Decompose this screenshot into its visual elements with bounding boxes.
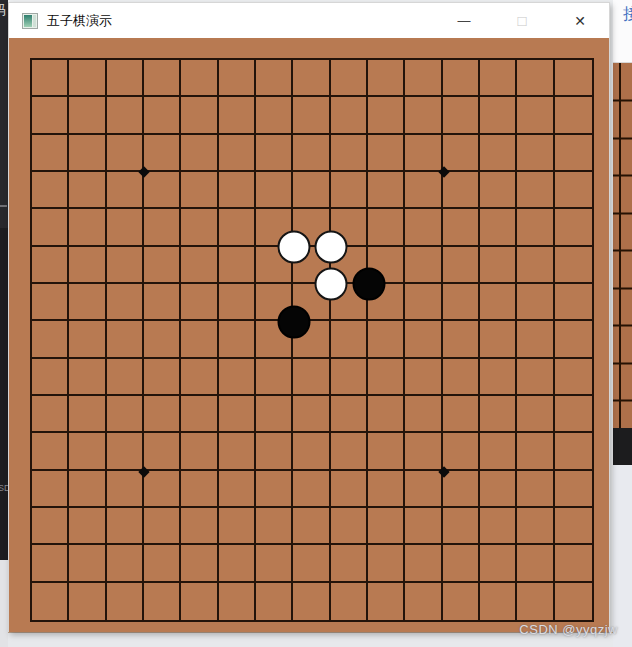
board-cell[interactable] bbox=[331, 60, 368, 97]
board-cell[interactable] bbox=[144, 60, 181, 97]
board-cell[interactable] bbox=[144, 97, 181, 134]
board-cell[interactable] bbox=[32, 433, 69, 470]
board-cell[interactable] bbox=[331, 135, 368, 172]
board-cell[interactable] bbox=[293, 471, 330, 508]
board-cell[interactable] bbox=[480, 60, 517, 97]
board-cell[interactable] bbox=[144, 545, 181, 582]
board-cell[interactable] bbox=[480, 321, 517, 358]
board-cell[interactable] bbox=[181, 396, 218, 433]
left-strip-clipped-text: 码 bbox=[0, 1, 6, 19]
board-cell[interactable] bbox=[293, 433, 330, 470]
board-cell[interactable] bbox=[517, 172, 554, 209]
board-cell[interactable] bbox=[69, 135, 106, 172]
board-cell[interactable] bbox=[32, 321, 69, 358]
board-cell[interactable] bbox=[69, 508, 106, 545]
board-cell[interactable] bbox=[368, 396, 405, 433]
board-cell[interactable] bbox=[144, 284, 181, 321]
left-strip-top-segment bbox=[0, 0, 8, 228]
board-cell[interactable] bbox=[480, 545, 517, 582]
board-cell[interactable] bbox=[443, 321, 480, 358]
board-cell[interactable] bbox=[32, 545, 69, 582]
board-cell[interactable] bbox=[293, 583, 330, 620]
board-cell[interactable] bbox=[405, 396, 442, 433]
board-cell[interactable] bbox=[517, 545, 554, 582]
board-cell[interactable] bbox=[443, 135, 480, 172]
board-cell[interactable] bbox=[32, 471, 69, 508]
board-cell[interactable] bbox=[517, 135, 554, 172]
board-cell[interactable] bbox=[368, 209, 405, 246]
board-cell[interactable] bbox=[368, 433, 405, 470]
background-window-right[interactable]: 接 bbox=[613, 0, 632, 647]
board-cell[interactable] bbox=[107, 247, 144, 284]
board-cell[interactable] bbox=[331, 321, 368, 358]
board-cell[interactable] bbox=[331, 508, 368, 545]
board-grid bbox=[30, 58, 594, 622]
board-cell[interactable] bbox=[32, 247, 69, 284]
board-cell[interactable] bbox=[181, 284, 218, 321]
board-cell[interactable] bbox=[480, 135, 517, 172]
board-cell[interactable] bbox=[331, 247, 368, 284]
background-board-sliver bbox=[613, 63, 632, 428]
board-cell[interactable] bbox=[405, 284, 442, 321]
board-cell[interactable] bbox=[256, 359, 293, 396]
board-cell[interactable] bbox=[331, 545, 368, 582]
board-cell[interactable] bbox=[107, 545, 144, 582]
board-cell[interactable] bbox=[69, 172, 106, 209]
board-cell[interactable] bbox=[32, 396, 69, 433]
board-cell[interactable] bbox=[256, 209, 293, 246]
board-cell[interactable] bbox=[293, 545, 330, 582]
board-cell[interactable] bbox=[219, 583, 256, 620]
board-cell[interactable] bbox=[32, 284, 69, 321]
board-cell[interactable] bbox=[405, 172, 442, 209]
board-cell[interactable] bbox=[181, 247, 218, 284]
board-cell[interactable] bbox=[219, 471, 256, 508]
board-cell[interactable] bbox=[517, 284, 554, 321]
board-cell[interactable] bbox=[368, 471, 405, 508]
board-cell[interactable] bbox=[443, 209, 480, 246]
board-cell[interactable] bbox=[144, 471, 181, 508]
board-cell[interactable] bbox=[555, 433, 592, 470]
board-cell[interactable] bbox=[555, 135, 592, 172]
left-strip-mid-segment bbox=[0, 228, 8, 560]
board-cell[interactable] bbox=[293, 396, 330, 433]
board-cell[interactable] bbox=[368, 583, 405, 620]
board-cell[interactable] bbox=[405, 321, 442, 358]
board-cell[interactable] bbox=[69, 471, 106, 508]
board-cell[interactable] bbox=[331, 209, 368, 246]
board-cell[interactable] bbox=[69, 97, 106, 134]
board-cell[interactable] bbox=[181, 433, 218, 470]
board-cell[interactable] bbox=[555, 209, 592, 246]
board-cell[interactable] bbox=[107, 583, 144, 620]
board-cell[interactable] bbox=[181, 172, 218, 209]
board-cell[interactable] bbox=[517, 359, 554, 396]
board-cell[interactable] bbox=[443, 172, 480, 209]
board-cell[interactable] bbox=[555, 172, 592, 209]
board-cell[interactable] bbox=[405, 60, 442, 97]
board-cell[interactable] bbox=[107, 471, 144, 508]
board-cell[interactable] bbox=[405, 135, 442, 172]
board-cell[interactable] bbox=[181, 359, 218, 396]
board-cell[interactable] bbox=[256, 508, 293, 545]
board-cell[interactable] bbox=[368, 321, 405, 358]
background-black-strip bbox=[613, 428, 632, 465]
left-strip-bottom-segment bbox=[0, 560, 8, 647]
board-cell[interactable] bbox=[405, 209, 442, 246]
board-cell[interactable] bbox=[219, 545, 256, 582]
board-cell[interactable] bbox=[405, 433, 442, 470]
maximize-button[interactable]: □ bbox=[493, 3, 551, 38]
board-cell[interactable] bbox=[69, 321, 106, 358]
board-cell[interactable] bbox=[555, 97, 592, 134]
board-cell[interactable] bbox=[144, 172, 181, 209]
board-cell[interactable] bbox=[181, 508, 218, 545]
left-strip-faint-text: SD bbox=[0, 483, 8, 493]
board-cell[interactable] bbox=[555, 508, 592, 545]
board-cell[interactable] bbox=[256, 284, 293, 321]
board-cell[interactable] bbox=[107, 209, 144, 246]
board-cell[interactable] bbox=[32, 97, 69, 134]
board-cell[interactable] bbox=[368, 359, 405, 396]
board-cell[interactable] bbox=[107, 172, 144, 209]
board-cell[interactable] bbox=[443, 433, 480, 470]
board-cell[interactable] bbox=[517, 209, 554, 246]
board-cell[interactable] bbox=[219, 433, 256, 470]
board-cell[interactable] bbox=[107, 433, 144, 470]
board-cell[interactable] bbox=[405, 508, 442, 545]
title-bar: 五子棋演示 — □ ✕ bbox=[9, 3, 609, 38]
board-cell[interactable] bbox=[256, 433, 293, 470]
board-cell[interactable] bbox=[256, 471, 293, 508]
board-cell[interactable] bbox=[368, 172, 405, 209]
board-cell[interactable] bbox=[69, 433, 106, 470]
board-cell[interactable] bbox=[256, 321, 293, 358]
board-cell[interactable] bbox=[69, 545, 106, 582]
board-cell[interactable] bbox=[107, 359, 144, 396]
board-cell[interactable] bbox=[555, 359, 592, 396]
board-cell[interactable] bbox=[443, 545, 480, 582]
board-cell[interactable] bbox=[517, 396, 554, 433]
board-cell[interactable] bbox=[368, 97, 405, 134]
board-cell[interactable] bbox=[181, 135, 218, 172]
board-cell[interactable] bbox=[480, 583, 517, 620]
board-cell[interactable] bbox=[219, 135, 256, 172]
board-cell[interactable] bbox=[443, 508, 480, 545]
board-cell[interactable] bbox=[181, 583, 218, 620]
board-cell[interactable] bbox=[443, 471, 480, 508]
board-cell[interactable] bbox=[293, 60, 330, 97]
board-cell[interactable] bbox=[331, 284, 368, 321]
left-strip-divider bbox=[0, 205, 7, 207]
board-cell[interactable] bbox=[368, 60, 405, 97]
board-cell[interactable] bbox=[144, 321, 181, 358]
board-cell[interactable] bbox=[517, 97, 554, 134]
board-cell[interactable] bbox=[69, 583, 106, 620]
board-cell[interactable] bbox=[555, 471, 592, 508]
board-cell[interactable] bbox=[144, 247, 181, 284]
board-cell[interactable] bbox=[368, 247, 405, 284]
board-cell[interactable] bbox=[480, 471, 517, 508]
board-cell[interactable] bbox=[69, 396, 106, 433]
board-cell[interactable] bbox=[293, 508, 330, 545]
board-cell[interactable] bbox=[443, 396, 480, 433]
board-cell[interactable] bbox=[69, 60, 106, 97]
board-cell[interactable] bbox=[480, 508, 517, 545]
board-cell[interactable] bbox=[480, 97, 517, 134]
board-cell[interactable] bbox=[517, 247, 554, 284]
board-cell[interactable] bbox=[181, 60, 218, 97]
board-cell[interactable] bbox=[405, 545, 442, 582]
board-cell[interactable] bbox=[69, 359, 106, 396]
board-cell[interactable] bbox=[32, 508, 69, 545]
background-window-titlebar-sliver: 接 bbox=[613, 0, 632, 63]
board-cell[interactable] bbox=[517, 60, 554, 97]
board-cell[interactable] bbox=[443, 247, 480, 284]
board-cell[interactable] bbox=[144, 583, 181, 620]
board-cell[interactable] bbox=[144, 433, 181, 470]
board-cell[interactable] bbox=[181, 545, 218, 582]
board-cell[interactable] bbox=[368, 284, 405, 321]
board-cell[interactable] bbox=[517, 471, 554, 508]
board-cell[interactable] bbox=[331, 396, 368, 433]
board-cell[interactable] bbox=[256, 247, 293, 284]
board-cell[interactable] bbox=[144, 396, 181, 433]
board-cell[interactable] bbox=[219, 396, 256, 433]
board-cell[interactable] bbox=[517, 321, 554, 358]
board-cell[interactable] bbox=[32, 209, 69, 246]
board-cell[interactable] bbox=[256, 60, 293, 97]
board-cell[interactable] bbox=[107, 396, 144, 433]
board-cell[interactable] bbox=[443, 359, 480, 396]
board-cell[interactable] bbox=[331, 359, 368, 396]
board-cell[interactable] bbox=[107, 97, 144, 134]
board-cell[interactable] bbox=[293, 359, 330, 396]
background-board-border-line bbox=[619, 63, 621, 428]
background-window-clipped-text: 接 bbox=[623, 4, 632, 25]
minimize-button[interactable]: — bbox=[435, 3, 493, 38]
board-cell[interactable] bbox=[256, 135, 293, 172]
board bbox=[9, 38, 609, 632]
background-app-left[interactable]: 码 SD bbox=[0, 0, 8, 647]
board-cell[interactable] bbox=[219, 284, 256, 321]
board-cell[interactable] bbox=[32, 60, 69, 97]
board-cell[interactable] bbox=[480, 396, 517, 433]
board-cell[interactable] bbox=[480, 359, 517, 396]
board-cell[interactable] bbox=[293, 135, 330, 172]
board-cell[interactable] bbox=[443, 60, 480, 97]
background-gray-strip bbox=[613, 465, 632, 647]
board-cell[interactable] bbox=[256, 172, 293, 209]
board-cell[interactable] bbox=[256, 396, 293, 433]
board-cell[interactable] bbox=[293, 284, 330, 321]
board-cell[interactable] bbox=[480, 433, 517, 470]
board-cell[interactable] bbox=[555, 247, 592, 284]
close-button[interactable]: ✕ bbox=[551, 3, 609, 38]
board-cell[interactable] bbox=[331, 583, 368, 620]
board-cell[interactable] bbox=[331, 471, 368, 508]
board-cell[interactable] bbox=[405, 247, 442, 284]
gomoku-demo-window: 五子棋演示 — □ ✕ bbox=[8, 2, 610, 632]
board-cell[interactable] bbox=[144, 359, 181, 396]
board-cell[interactable] bbox=[443, 284, 480, 321]
board-cell[interactable] bbox=[555, 284, 592, 321]
board-cell[interactable] bbox=[256, 583, 293, 620]
board-cell[interactable] bbox=[32, 359, 69, 396]
board-cell[interactable] bbox=[256, 97, 293, 134]
board-cell[interactable] bbox=[219, 247, 256, 284]
board-cell[interactable] bbox=[107, 284, 144, 321]
board-cell[interactable] bbox=[219, 97, 256, 134]
board-cell[interactable] bbox=[107, 60, 144, 97]
board-cell[interactable] bbox=[144, 135, 181, 172]
board-cell[interactable] bbox=[293, 247, 330, 284]
board-cell[interactable] bbox=[555, 583, 592, 620]
board-cell[interactable] bbox=[293, 97, 330, 134]
board-cell[interactable] bbox=[219, 508, 256, 545]
board-cell[interactable] bbox=[480, 172, 517, 209]
board-cell[interactable] bbox=[69, 247, 106, 284]
board-cell[interactable] bbox=[293, 321, 330, 358]
app-icon-right-pane bbox=[33, 15, 36, 27]
board-cell[interactable] bbox=[256, 545, 293, 582]
board-cell[interactable] bbox=[480, 284, 517, 321]
board-cell[interactable] bbox=[293, 209, 330, 246]
board-cell[interactable] bbox=[331, 172, 368, 209]
board-cell[interactable] bbox=[181, 471, 218, 508]
board-cell[interactable] bbox=[331, 97, 368, 134]
board-cell[interactable] bbox=[293, 172, 330, 209]
board-cell[interactable] bbox=[405, 359, 442, 396]
board-cell[interactable] bbox=[480, 247, 517, 284]
board-cell[interactable] bbox=[555, 321, 592, 358]
board-cell[interactable] bbox=[555, 396, 592, 433]
board-cell[interactable] bbox=[219, 172, 256, 209]
board-cell[interactable] bbox=[69, 209, 106, 246]
board-cell[interactable] bbox=[32, 583, 69, 620]
board-cell[interactable] bbox=[443, 583, 480, 620]
board-cell[interactable] bbox=[219, 359, 256, 396]
board-cell[interactable] bbox=[480, 209, 517, 246]
board-cell[interactable] bbox=[69, 284, 106, 321]
board-cell[interactable] bbox=[144, 508, 181, 545]
board-cell[interactable] bbox=[219, 321, 256, 358]
board-cell[interactable] bbox=[517, 508, 554, 545]
board-cell[interactable] bbox=[181, 209, 218, 246]
board-cell[interactable] bbox=[181, 321, 218, 358]
board-cell[interactable] bbox=[517, 433, 554, 470]
board-cell[interactable] bbox=[405, 471, 442, 508]
board-cell[interactable] bbox=[405, 583, 442, 620]
board-cell[interactable] bbox=[219, 60, 256, 97]
board-cell[interactable] bbox=[331, 433, 368, 470]
board-cell[interactable] bbox=[405, 97, 442, 134]
board-cell[interactable] bbox=[555, 545, 592, 582]
board-cell[interactable] bbox=[368, 508, 405, 545]
board-cell[interactable] bbox=[32, 172, 69, 209]
board-cell[interactable] bbox=[107, 135, 144, 172]
board-cell[interactable] bbox=[517, 583, 554, 620]
board-cell[interactable] bbox=[555, 60, 592, 97]
watermark: CSDN @yyqzjw bbox=[519, 622, 618, 637]
board-cell[interactable] bbox=[443, 97, 480, 134]
window-title: 五子棋演示 bbox=[47, 12, 112, 30]
board-cell[interactable] bbox=[107, 321, 144, 358]
app-icon bbox=[22, 13, 38, 29]
board-cell[interactable] bbox=[368, 135, 405, 172]
board-cell[interactable] bbox=[181, 97, 218, 134]
board-cell[interactable] bbox=[32, 135, 69, 172]
app-icon-left-pane bbox=[24, 15, 32, 27]
board-cell[interactable] bbox=[219, 209, 256, 246]
board-cell[interactable] bbox=[144, 209, 181, 246]
board-cell[interactable] bbox=[107, 508, 144, 545]
board-cell[interactable] bbox=[368, 545, 405, 582]
